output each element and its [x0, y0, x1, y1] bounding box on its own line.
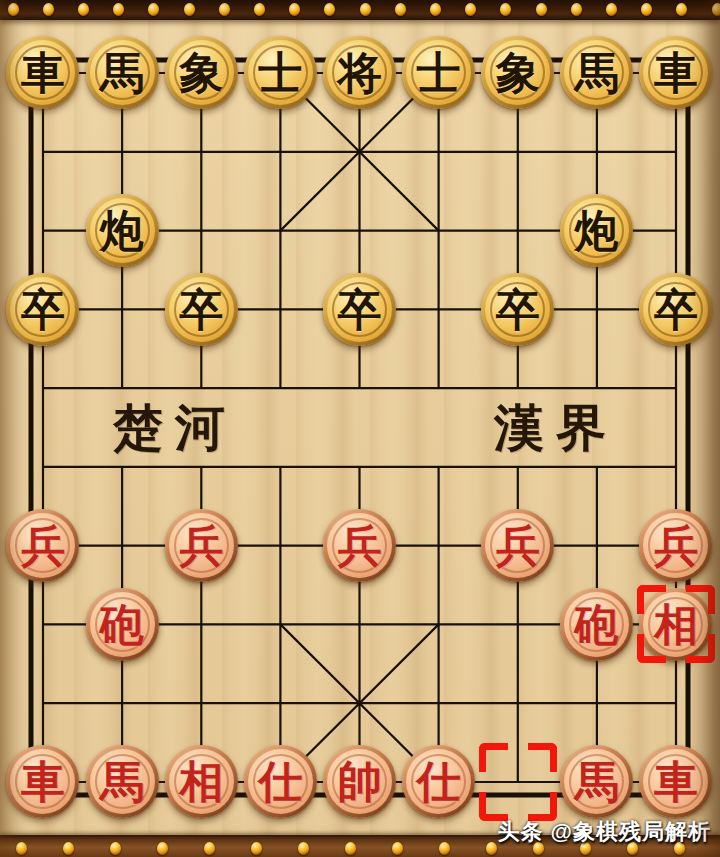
gold-stud-icon: [345, 842, 356, 855]
piece-相-red[interactable]: 相: [639, 588, 712, 661]
board-point[interactable]: [3, 585, 82, 664]
piece-砲-red[interactable]: 砲: [86, 588, 159, 661]
gold-stud-icon: [184, 3, 195, 16]
piece-glyph: 炮: [575, 208, 619, 253]
board-point[interactable]: [478, 585, 557, 664]
piece-炮-black[interactable]: 炮: [560, 194, 633, 267]
gold-stud-icon: [43, 3, 54, 16]
top-border: [0, 0, 720, 20]
piece-馬-black[interactable]: 馬: [86, 36, 159, 109]
piece-glyph: 車: [21, 50, 65, 95]
piece-兵-red[interactable]: 兵: [323, 509, 396, 582]
board-point[interactable]: [478, 427, 557, 506]
board-point[interactable]: [320, 664, 399, 743]
gold-stud-icon: [606, 3, 617, 16]
gold-stud-icon: [536, 3, 547, 16]
board-point[interactable]: [399, 191, 478, 270]
gold-stud-icon: [254, 3, 265, 16]
board-point[interactable]: [3, 427, 82, 506]
piece-卒-black[interactable]: 卒: [481, 273, 554, 346]
board-point[interactable]: [557, 270, 636, 349]
board-point[interactable]: [478, 112, 557, 191]
piece-glyph: 砲: [575, 602, 619, 647]
board-point[interactable]: [478, 191, 557, 270]
gold-stud-icon: [360, 3, 371, 16]
board-point[interactable]: [83, 349, 162, 428]
gold-stud-icon: [324, 3, 335, 16]
piece-glyph: 兵: [21, 523, 65, 568]
board-point[interactable]: [83, 112, 162, 191]
piece-glyph: 馬: [100, 50, 144, 95]
board-point[interactable]: [3, 664, 82, 743]
piece-象-black[interactable]: 象: [165, 36, 238, 109]
piece-glyph: 卒: [496, 287, 540, 332]
gold-stud-icon: [8, 3, 19, 16]
xiangqi-board: 車馬象士将士象馬車炮炮卒卒卒卒卒兵兵兵兵兵砲砲相車馬相仕帥仕馬車: [3, 34, 715, 822]
gold-stud-icon: [219, 3, 230, 16]
piece-仕-red[interactable]: 仕: [244, 745, 317, 818]
piece-glyph: 象: [179, 50, 223, 95]
gold-stud-icon: [110, 842, 121, 855]
piece-馬-red[interactable]: 馬: [86, 745, 159, 818]
gold-stud-icon: [392, 842, 403, 855]
piece-glyph: 卒: [179, 287, 223, 332]
piece-仕-red[interactable]: 仕: [402, 745, 475, 818]
piece-帥-red[interactable]: 帥: [323, 745, 396, 818]
piece-glyph: 仕: [417, 759, 461, 804]
board-point[interactable]: [636, 191, 715, 270]
board-point[interactable]: [241, 112, 320, 191]
gold-stud-icon: [641, 3, 652, 16]
board-point[interactable]: [399, 506, 478, 585]
piece-glyph: 仕: [258, 759, 302, 804]
board-point[interactable]: [83, 506, 162, 585]
gold-stud-icon: [486, 842, 497, 855]
board-point[interactable]: [241, 270, 320, 349]
piece-炮-black[interactable]: 炮: [86, 194, 159, 267]
piece-glyph: 卒: [654, 287, 698, 332]
gold-stud-icon: [78, 3, 89, 16]
gold-stud-icon: [676, 3, 687, 16]
board-point[interactable]: [557, 427, 636, 506]
piece-glyph: 兵: [337, 523, 381, 568]
board-point[interactable]: [478, 664, 557, 743]
piece-glyph: 相: [179, 759, 223, 804]
piece-兵-red[interactable]: 兵: [639, 509, 712, 582]
piece-glyph: 砲: [100, 602, 144, 647]
board-point[interactable]: [241, 506, 320, 585]
piece-glyph: 士: [258, 50, 302, 95]
board-point[interactable]: [162, 664, 241, 743]
gold-stud-icon: [430, 3, 441, 16]
piece-glyph: 車: [654, 759, 698, 804]
piece-glyph: 相: [654, 602, 698, 647]
piece-士-black[interactable]: 士: [244, 36, 317, 109]
piece-glyph: 兵: [496, 523, 540, 568]
piece-相-red[interactable]: 相: [165, 745, 238, 818]
piece-卒-black[interactable]: 卒: [6, 273, 79, 346]
board-point[interactable]: [83, 427, 162, 506]
piece-兵-red[interactable]: 兵: [481, 509, 554, 582]
gold-stud-icon: [712, 3, 720, 16]
board-point[interactable]: [399, 664, 478, 743]
board-point[interactable]: [241, 664, 320, 743]
board-point[interactable]: [557, 349, 636, 428]
board-point[interactable]: [320, 191, 399, 270]
board-point[interactable]: [162, 349, 241, 428]
board-point[interactable]: [3, 112, 82, 191]
board-point[interactable]: [399, 585, 478, 664]
piece-glyph: 卒: [337, 287, 381, 332]
piece-glyph: 象: [496, 50, 540, 95]
piece-砲-red[interactable]: 砲: [560, 588, 633, 661]
piece-glyph: 卒: [21, 287, 65, 332]
board-point[interactable]: [320, 112, 399, 191]
piece-glyph: 兵: [179, 523, 223, 568]
piece-glyph: 馬: [100, 759, 144, 804]
piece-卒-black[interactable]: 卒: [165, 273, 238, 346]
board-point[interactable]: [320, 585, 399, 664]
piece-glyph: 士: [417, 50, 461, 95]
piece-glyph: 兵: [654, 523, 698, 568]
gold-stud-icon: [113, 3, 124, 16]
board-point[interactable]: [162, 112, 241, 191]
gold-stud-icon: [571, 3, 582, 16]
board-point[interactable]: [320, 427, 399, 506]
board-point[interactable]: [636, 664, 715, 743]
gold-stud-icon: [395, 3, 406, 16]
board-point[interactable]: [320, 349, 399, 428]
gold-stud-icon: [298, 842, 309, 855]
piece-卒-black[interactable]: 卒: [639, 273, 712, 346]
gold-stud-icon: [251, 842, 262, 855]
piece-兵-red[interactable]: 兵: [6, 509, 79, 582]
board-point[interactable]: [399, 349, 478, 428]
board-point[interactable]: [162, 585, 241, 664]
gold-stud-icon: [465, 3, 476, 16]
board-point[interactable]: [478, 349, 557, 428]
piece-glyph: 帥: [337, 759, 381, 804]
board-point[interactable]: [241, 585, 320, 664]
board-point[interactable]: [636, 349, 715, 428]
piece-glyph: 炮: [100, 208, 144, 253]
gold-stud-icon: [16, 842, 27, 855]
board-point[interactable]: [399, 112, 478, 191]
piece-将-black[interactable]: 将: [323, 36, 396, 109]
piece-glyph: 将: [337, 50, 381, 95]
board-point[interactable]: [636, 427, 715, 506]
piece-glyph: 車: [21, 759, 65, 804]
piece-glyph: 馬: [575, 759, 619, 804]
board-point[interactable]: [399, 427, 478, 506]
watermark: 头条 @象棋残局解析: [497, 817, 711, 847]
gold-stud-icon: [439, 842, 450, 855]
xiangqi-app: 楚河 漢界 車馬象士将士象馬車炮炮卒卒卒卒卒兵兵兵兵兵砲砲相車馬相仕帥仕馬車 头…: [0, 0, 720, 857]
board-point[interactable]: [241, 427, 320, 506]
board-point[interactable]: [241, 191, 320, 270]
board-point[interactable]: [3, 349, 82, 428]
piece-glyph: 馬: [575, 50, 619, 95]
board-point[interactable]: [162, 191, 241, 270]
gold-stud-icon: [63, 842, 74, 855]
gold-stud-icon: [148, 3, 159, 16]
board-point[interactable]: [557, 664, 636, 743]
board-point[interactable]: [162, 427, 241, 506]
piece-glyph: 車: [654, 50, 698, 95]
board-point[interactable]: [557, 506, 636, 585]
board-point[interactable]: [636, 112, 715, 191]
board-point[interactable]: [557, 112, 636, 191]
board-point[interactable]: [399, 270, 478, 349]
gold-stud-icon: [157, 842, 168, 855]
board-point[interactable]: [241, 349, 320, 428]
gold-stud-icon: [289, 3, 300, 16]
piece-兵-red[interactable]: 兵: [165, 509, 238, 582]
board-point[interactable]: [83, 270, 162, 349]
board-point[interactable]: [83, 664, 162, 743]
gold-stud-icon: [204, 842, 215, 855]
board-point[interactable]: [478, 742, 557, 821]
board-point[interactable]: [3, 191, 82, 270]
piece-卒-black[interactable]: 卒: [323, 273, 396, 346]
gold-stud-icon: [500, 3, 511, 16]
